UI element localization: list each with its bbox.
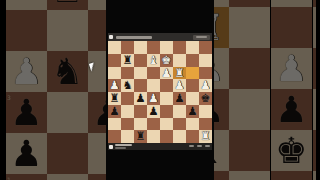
bg-square [47,133,88,174]
square-h8[interactable] [199,41,212,54]
square-c6[interactable] [134,67,147,80]
player-piece-icon [109,145,113,149]
square-d7[interactable]: ♝ [147,54,160,67]
left-edge-bar [0,0,5,180]
bg-square [271,7,312,48]
square-b7[interactable]: ♜ [121,54,134,67]
square-g2[interactable] [186,118,199,131]
bg-rank-coordinate: 3 [7,94,11,101]
bg-square [271,0,312,7]
black-pawn: ♟ [148,105,158,118]
square-c3[interactable] [134,105,147,118]
square-b3[interactable] [121,105,134,118]
black-rook: ♜ [122,54,132,67]
bg-square: ♟ [6,92,47,133]
square-d1[interactable] [147,130,160,143]
square-e6[interactable]: ♟ [160,67,173,80]
square-g3[interactable]: ♟ [186,105,199,118]
bg-square [47,174,88,180]
square-c7[interactable] [134,54,147,67]
bg-square [229,171,270,180]
header-button-label-bar [196,36,207,38]
square-d6[interactable] [147,67,160,80]
white-pawn: ♟ [174,79,184,92]
square-a5[interactable]: ♟ [108,79,121,92]
square-f7[interactable] [173,54,186,67]
square-e2[interactable] [160,118,173,131]
bg-white-pawn-icon: ♟ [275,48,307,89]
black-pawn: ♟ [174,92,184,105]
video-frame: ♜♟♞♟♟♟♜♟♟♟♟♝♚4321 ♜♝♚♟♜♟♞♟♟♜♟♟♟♚♟♟♟♜♜ [0,0,320,180]
app-footer-bar [108,143,212,150]
square-f5[interactable]: ♟ [173,79,186,92]
square-d5[interactable] [147,79,160,92]
app-header-bar [108,33,212,41]
bg-square [6,0,47,10]
header-button[interactable] [193,35,210,40]
square-g8[interactable] [186,41,199,54]
square-h3[interactable] [199,105,212,118]
square-b1[interactable] [121,130,134,143]
white-pawn: ♟ [200,79,210,92]
square-h7[interactable] [199,54,212,67]
square-g4[interactable] [186,92,199,105]
black-rook: ♜ [109,92,119,105]
white-pawn: ♟ [161,67,171,80]
square-c2[interactable] [134,118,147,131]
white-pawn: ♟ [148,92,158,105]
bg-square [6,174,47,180]
player-name-text [116,36,152,39]
square-a8[interactable] [108,41,121,54]
bottom-player-rating-text [115,147,126,149]
square-e5[interactable] [160,79,173,92]
square-e8[interactable] [160,41,173,54]
square-f1[interactable] [173,130,186,143]
bg-square [229,89,270,130]
white-rook: ♜ [174,67,184,80]
bg-square [271,171,312,180]
square-f8[interactable] [173,41,186,54]
square-e3[interactable] [160,105,173,118]
square-c1[interactable]: ♜ [134,130,147,143]
square-d4[interactable]: ♟ [147,92,160,105]
white-rook: ♜ [200,130,210,143]
square-d2[interactable] [147,118,160,131]
square-h4[interactable]: ♚ [199,92,212,105]
bg-square: ♞ [47,51,88,92]
white-king: ♚ [161,54,171,67]
square-b4[interactable] [121,92,134,105]
square-b8[interactable] [121,41,134,54]
square-b5[interactable]: ♞ [121,79,134,92]
square-c8[interactable] [134,41,147,54]
square-e4[interactable] [160,92,173,105]
bg-square: ♟ [271,48,312,89]
bg-square: ♟ [6,51,47,92]
bg-square: ♚ [271,130,312,171]
square-e1[interactable] [160,130,173,143]
bg-square [229,7,270,48]
bg-square [6,10,47,51]
square-b2[interactable] [121,118,134,131]
black-knight: ♞ [122,79,132,92]
bg-rank-coordinate: 4 [7,53,11,60]
white-bishop: ♝ [148,54,158,67]
square-g7[interactable] [186,54,199,67]
square-f3[interactable] [173,105,186,118]
square-d3[interactable]: ♟ [147,105,160,118]
square-c4[interactable]: ♟ [134,92,147,105]
bg-square [47,10,88,51]
right-edge-bar [316,0,320,180]
bg-rank-coordinate: 1 [7,176,11,180]
black-pawn: ♟ [187,105,197,118]
square-h1[interactable]: ♜ [199,130,212,143]
bg-black-king-icon: ♚ [275,130,307,171]
bg-black-pawn-icon: ♟ [10,92,42,133]
square-d8[interactable] [147,41,160,54]
bg-square: ♜ [47,0,88,10]
screenshot-strip: ♜♝♚♟♜♟♞♟♟♜♟♟♟♚♟♟♟♜♜ [106,0,214,180]
bg-square: ♟ [271,89,312,130]
black-pawn: ♟ [109,105,119,118]
bg-rank-coordinate: 2 [7,135,11,142]
square-h6[interactable] [199,67,212,80]
bg-black-knight-icon: ♞ [51,51,83,92]
bottom-player-name-text [115,144,132,146]
bg-white-pawn-icon: ♟ [10,51,42,92]
bg-square [229,48,270,89]
square-a6[interactable] [108,67,121,80]
square-e7[interactable]: ♚ [160,54,173,67]
square-f6[interactable]: ♜ [173,67,186,80]
square-a7[interactable] [108,54,121,67]
player-avatar-icon[interactable] [109,35,113,39]
square-a2[interactable] [108,118,121,131]
black-rook: ♜ [135,130,145,143]
chess-app-screenshot: ♜♝♚♟♜♟♞♟♟♜♟♟♟♚♟♟♟♜♜ [108,33,212,150]
square-g6[interactable] [186,67,199,80]
square-c5[interactable] [134,79,147,92]
square-a3[interactable]: ♟ [108,105,121,118]
square-g1[interactable] [186,130,199,143]
square-g5[interactable] [186,79,199,92]
black-king: ♚ [200,92,210,105]
footer-icons[interactable] [189,145,210,147]
chess-board: ♜♝♚♟♜♟♞♟♟♜♟♟♟♚♟♟♟♜♜ [108,41,212,143]
white-pawn: ♟ [109,79,119,92]
square-f2[interactable] [173,118,186,131]
bg-black-pawn-icon: ♟ [10,133,42,174]
bg-black-pawn-icon: ♟ [275,89,307,130]
bg-black-rook-icon: ♜ [51,0,83,10]
bg-square [47,92,88,133]
black-pawn: ♟ [135,92,145,105]
square-a1[interactable] [108,130,121,143]
bg-square: ♟ [6,133,47,174]
square-a4[interactable]: ♜ [108,92,121,105]
square-b6[interactable] [121,67,134,80]
bg-square [229,130,270,171]
square-h2[interactable] [199,118,212,131]
square-h5[interactable]: ♟ [199,79,212,92]
square-f4[interactable]: ♟ [173,92,186,105]
bg-square [229,0,270,7]
